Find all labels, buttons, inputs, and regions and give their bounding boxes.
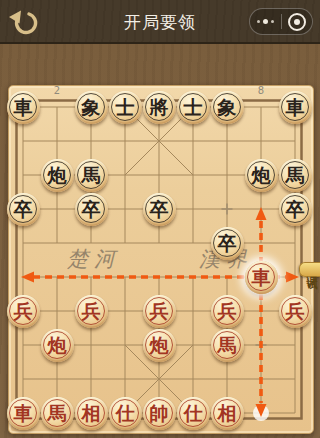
piece-glyph: 卒 <box>218 233 237 252</box>
black-卒-piece[interactable]: 卒 <box>7 193 40 226</box>
piece-glyph: 車 <box>14 403 33 422</box>
piece-glyph: 馬 <box>218 335 237 354</box>
piece-glyph: 炮 <box>252 165 271 184</box>
red-仕-piece[interactable]: 仕 <box>177 397 210 430</box>
red-兵-piece[interactable]: 兵 <box>7 295 40 328</box>
red-兵-piece[interactable]: 兵 <box>143 295 176 328</box>
piece-glyph: 士 <box>184 97 203 116</box>
black-馬-piece[interactable]: 馬 <box>75 159 108 192</box>
black-卒-piece[interactable]: 卒 <box>211 227 244 260</box>
black-車-piece[interactable]: 車 <box>279 91 312 124</box>
red-車-piece[interactable]: 車 <box>7 397 40 430</box>
board-grid[interactable]: 車象士將士象車炮馬炮馬卒卒卒卒卒車兵兵兵兵兵炮炮馬車馬相仕帥仕相 <box>6 90 312 430</box>
piece-glyph: 象 <box>82 97 101 116</box>
red-相-piece[interactable]: 相 <box>75 397 108 430</box>
more-button[interactable] <box>250 9 281 34</box>
wood-background: 28楚河漢界 車象士將士象車炮馬炮馬卒卒卒卒卒車兵兵兵兵兵炮炮馬車馬相仕帥仕相 <box>0 44 320 438</box>
debug-tab-button[interactable]: 调试 <box>299 262 320 277</box>
piece-glyph: 兵 <box>218 301 237 320</box>
piece-glyph: 士 <box>116 97 135 116</box>
piece-glyph: 車 <box>286 97 305 116</box>
piece-glyph: 帥 <box>150 403 169 422</box>
black-卒-piece[interactable]: 卒 <box>143 193 176 226</box>
red-車-piece[interactable]: 車 <box>245 261 278 294</box>
red-炮-piece[interactable]: 炮 <box>143 329 176 362</box>
red-相-piece[interactable]: 相 <box>211 397 244 430</box>
red-馬-piece[interactable]: 馬 <box>211 329 244 362</box>
piece-glyph: 炮 <box>48 335 67 354</box>
minimize-button[interactable] <box>282 9 313 34</box>
black-炮-piece[interactable]: 炮 <box>41 159 74 192</box>
ellipsis-icon <box>257 20 260 23</box>
piece-glyph: 馬 <box>286 165 305 184</box>
piece-glyph: 仕 <box>116 403 135 422</box>
piece-glyph: 車 <box>252 267 271 286</box>
wechat-capsule <box>249 8 313 35</box>
piece-glyph: 炮 <box>150 335 169 354</box>
black-象-piece[interactable]: 象 <box>211 91 244 124</box>
black-炮-piece[interactable]: 炮 <box>245 159 278 192</box>
red-馬-piece[interactable]: 馬 <box>41 397 74 430</box>
red-帥-piece[interactable]: 帥 <box>143 397 176 430</box>
red-炮-piece[interactable]: 炮 <box>41 329 74 362</box>
piece-glyph: 卒 <box>150 199 169 218</box>
piece-glyph: 馬 <box>48 403 67 422</box>
piece-glyph: 相 <box>82 403 101 422</box>
black-將-piece[interactable]: 將 <box>143 91 176 124</box>
piece-glyph: 兵 <box>14 301 33 320</box>
red-兵-piece[interactable]: 兵 <box>211 295 244 328</box>
red-兵-piece[interactable]: 兵 <box>75 295 108 328</box>
piece-glyph: 將 <box>150 97 169 116</box>
piece-glyph: 車 <box>14 97 33 116</box>
red-兵-piece[interactable]: 兵 <box>279 295 312 328</box>
black-車-piece[interactable]: 車 <box>7 91 40 124</box>
xiangqi-board[interactable]: 28楚河漢界 車象士將士象車炮馬炮馬卒卒卒卒卒車兵兵兵兵兵炮炮馬車馬相仕帥仕相 <box>8 85 314 434</box>
piece-glyph: 卒 <box>82 199 101 218</box>
piece-glyph: 兵 <box>286 301 305 320</box>
piece-glyph: 象 <box>218 97 237 116</box>
record-dot-icon <box>288 13 306 31</box>
red-仕-piece[interactable]: 仕 <box>109 397 142 430</box>
piece-glyph: 卒 <box>286 199 305 218</box>
piece-glyph: 相 <box>218 403 237 422</box>
navbar: 开局要领 <box>0 0 320 44</box>
piece-glyph: 兵 <box>82 301 101 320</box>
piece-glyph: 仕 <box>184 403 203 422</box>
black-士-piece[interactable]: 士 <box>109 91 142 124</box>
black-馬-piece[interactable]: 馬 <box>279 159 312 192</box>
piece-glyph: 兵 <box>150 301 169 320</box>
black-象-piece[interactable]: 象 <box>75 91 108 124</box>
piece-glyph: 炮 <box>48 165 67 184</box>
black-士-piece[interactable]: 士 <box>177 91 210 124</box>
black-卒-piece[interactable]: 卒 <box>75 193 108 226</box>
black-卒-piece[interactable]: 卒 <box>279 193 312 226</box>
piece-glyph: 卒 <box>14 199 33 218</box>
piece-glyph: 馬 <box>82 165 101 184</box>
